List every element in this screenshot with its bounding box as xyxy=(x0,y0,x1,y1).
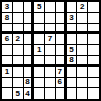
cell-r8c3-given: 8 xyxy=(24,78,35,89)
cell-r8c1-empty[interactable] xyxy=(2,78,13,89)
cell-r7c8-empty[interactable] xyxy=(77,67,88,78)
cell-r9c6-empty[interactable] xyxy=(56,88,67,99)
cell-r1c3-empty[interactable] xyxy=(24,2,35,13)
cell-r3c6-empty[interactable] xyxy=(56,24,67,35)
cell-r8c7-empty[interactable] xyxy=(67,78,78,89)
cell-r2c7-given: 3 xyxy=(67,13,78,24)
cell-r6c7-given: 8 xyxy=(67,56,78,67)
cell-r3c3-empty[interactable] xyxy=(24,24,35,35)
cell-r4c6-empty[interactable] xyxy=(56,34,67,45)
cell-r9c5-empty[interactable] xyxy=(45,88,56,99)
cell-r7c2-empty[interactable] xyxy=(13,67,24,78)
cell-r6c8-empty[interactable] xyxy=(77,56,88,67)
cell-r7c7-empty[interactable] xyxy=(67,67,78,78)
cell-r2c3-empty[interactable] xyxy=(24,13,35,24)
cell-r4c3-empty[interactable] xyxy=(24,34,35,45)
cell-r2c6-empty[interactable] xyxy=(56,13,67,24)
cell-r8c2-empty[interactable] xyxy=(13,78,24,89)
cell-r6c9-empty[interactable] xyxy=(88,56,99,67)
cell-r4c9-empty[interactable] xyxy=(88,34,99,45)
cell-r1c5-empty[interactable] xyxy=(45,2,56,13)
cell-r4c5-given: 7 xyxy=(45,34,56,45)
cell-r2c8-empty[interactable] xyxy=(77,13,88,24)
cell-r6c5-empty[interactable] xyxy=(45,56,56,67)
cell-r2c2-empty[interactable] xyxy=(13,13,24,24)
cell-r9c3-given: 4 xyxy=(24,88,35,99)
cell-r8c5-empty[interactable] xyxy=(45,78,56,89)
cell-r9c2-given: 5 xyxy=(13,88,24,99)
cell-r6c3-empty[interactable] xyxy=(24,56,35,67)
cell-r5c6-empty[interactable] xyxy=(56,45,67,56)
cell-r5c4-given: 1 xyxy=(34,45,45,56)
cell-r1c8-given: 2 xyxy=(77,2,88,13)
cell-r2c4-empty[interactable] xyxy=(34,13,45,24)
cell-r7c9-empty[interactable] xyxy=(88,67,99,78)
cell-r6c1-empty[interactable] xyxy=(2,56,13,67)
cell-r9c7-empty[interactable] xyxy=(67,88,78,99)
cell-r5c8-empty[interactable] xyxy=(77,45,88,56)
cell-r9c4-empty[interactable] xyxy=(34,88,45,99)
cell-r4c4-empty[interactable] xyxy=(34,34,45,45)
cell-r9c8-empty[interactable] xyxy=(77,88,88,99)
cell-r6c6-empty[interactable] xyxy=(56,56,67,67)
cell-r1c6-empty[interactable] xyxy=(56,2,67,13)
cell-r4c7-empty[interactable] xyxy=(67,34,78,45)
cell-r1c9-empty[interactable] xyxy=(88,2,99,13)
cell-r2c9-empty[interactable] xyxy=(88,13,99,24)
cell-r9c1-empty[interactable] xyxy=(2,88,13,99)
cell-r7c1-given: 1 xyxy=(2,67,13,78)
cell-r8c6-given: 6 xyxy=(56,78,67,89)
cell-r1c2-empty[interactable] xyxy=(13,2,24,13)
cell-r3c1-empty[interactable] xyxy=(2,24,13,35)
cell-r3c4-empty[interactable] xyxy=(34,24,45,35)
cell-r9c9-given xyxy=(88,88,99,99)
cell-r3c7-empty[interactable] xyxy=(67,24,78,35)
cell-r7c3-empty[interactable] xyxy=(24,67,35,78)
cell-r3c9-empty[interactable] xyxy=(88,24,99,35)
cell-r7c6-given: 7 xyxy=(56,67,67,78)
cell-r6c2-empty[interactable] xyxy=(13,56,24,67)
cell-r3c5-empty[interactable] xyxy=(45,24,56,35)
cell-r1c1-given: 3 xyxy=(2,2,13,13)
cell-r8c8-empty[interactable] xyxy=(77,78,88,89)
cell-r2c1-given: 8 xyxy=(2,13,13,24)
cell-r5c3-empty[interactable] xyxy=(24,45,35,56)
cell-r5c9-empty[interactable] xyxy=(88,45,99,56)
cell-r4c2-given: 2 xyxy=(13,34,24,45)
sudoku-board: 35283627158178654 xyxy=(0,0,101,101)
cell-r3c2-empty[interactable] xyxy=(13,24,24,35)
cell-r8c4-empty[interactable] xyxy=(34,78,45,89)
cell-r1c7-empty[interactable] xyxy=(67,2,78,13)
cell-r1c4-given: 5 xyxy=(34,2,45,13)
cell-r5c5-empty[interactable] xyxy=(45,45,56,56)
cell-r5c2-empty[interactable] xyxy=(13,45,24,56)
cell-r4c1-given: 6 xyxy=(2,34,13,45)
cell-r3c8-empty[interactable] xyxy=(77,24,88,35)
cell-r5c1-empty[interactable] xyxy=(2,45,13,56)
cell-r2c5-empty[interactable] xyxy=(45,13,56,24)
cell-r4c8-empty[interactable] xyxy=(77,34,88,45)
cell-r7c4-empty[interactable] xyxy=(34,67,45,78)
cell-r7c5-empty[interactable] xyxy=(45,67,56,78)
cell-r6c4-empty[interactable] xyxy=(34,56,45,67)
cell-r8c9-empty[interactable] xyxy=(88,78,99,89)
